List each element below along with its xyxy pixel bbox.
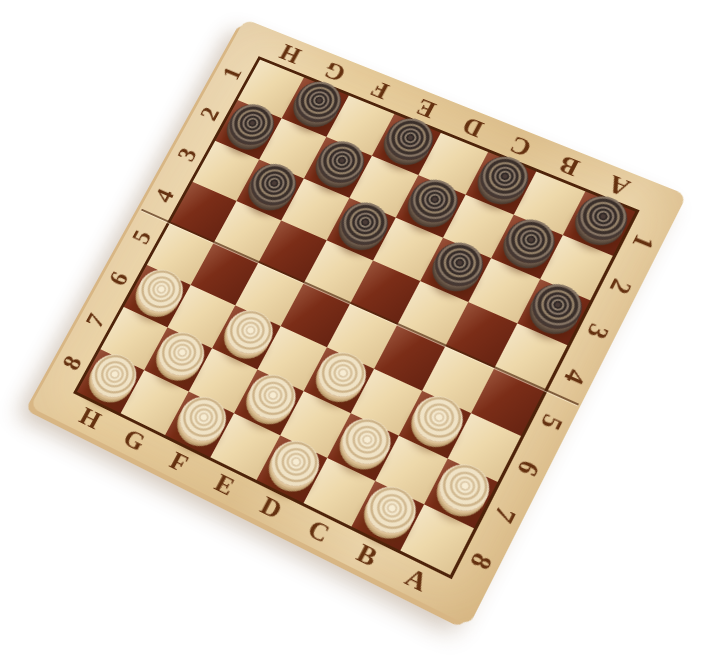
rank-label-left-4: 4 — [151, 185, 179, 205]
rank-label-right-2: 2 — [605, 275, 637, 297]
checkers-board: 1234567812345678HGFEDCBAHGFEDCBA — [30, 19, 687, 626]
rank-label-left-1: 1 — [219, 63, 247, 82]
file-label-top-B: B — [555, 151, 583, 180]
rank-label-right-6: 6 — [512, 456, 544, 480]
rank-label-left-5: 5 — [128, 227, 156, 248]
rank-label-left-3: 3 — [174, 144, 202, 164]
file-label-bottom-C: C — [304, 516, 334, 548]
file-label-top-E: E — [412, 94, 439, 122]
rank-label-right-5: 5 — [536, 410, 568, 433]
file-label-bottom-B: B — [353, 540, 382, 572]
file-label-top-H: H — [276, 40, 305, 68]
file-label-top-F: F — [367, 76, 393, 103]
rank-label-right-7: 7 — [489, 502, 521, 526]
file-label-bottom-D: D — [256, 492, 285, 524]
play-area — [73, 56, 640, 579]
rank-label-left-8: 8 — [59, 352, 87, 373]
file-label-bottom-E: E — [211, 470, 239, 501]
rank-label-left-7: 7 — [82, 310, 110, 331]
file-label-bottom-H: H — [75, 403, 104, 434]
photo-background: 1234567812345678HGFEDCBAHGFEDCBA — [0, 0, 701, 662]
rank-label-right-3: 3 — [582, 320, 614, 343]
rank-label-right-1: 1 — [627, 231, 659, 253]
rank-label-left-2: 2 — [196, 104, 224, 124]
rank-label-right-8: 8 — [465, 548, 497, 572]
rank-label-left-6: 6 — [105, 268, 133, 289]
file-label-bottom-A: A — [401, 564, 432, 597]
file-label-bottom-F: F — [166, 448, 192, 477]
rank-label-right-4: 4 — [559, 365, 591, 388]
file-label-bottom-G: G — [119, 425, 149, 456]
file-label-top-D: D — [458, 112, 487, 140]
